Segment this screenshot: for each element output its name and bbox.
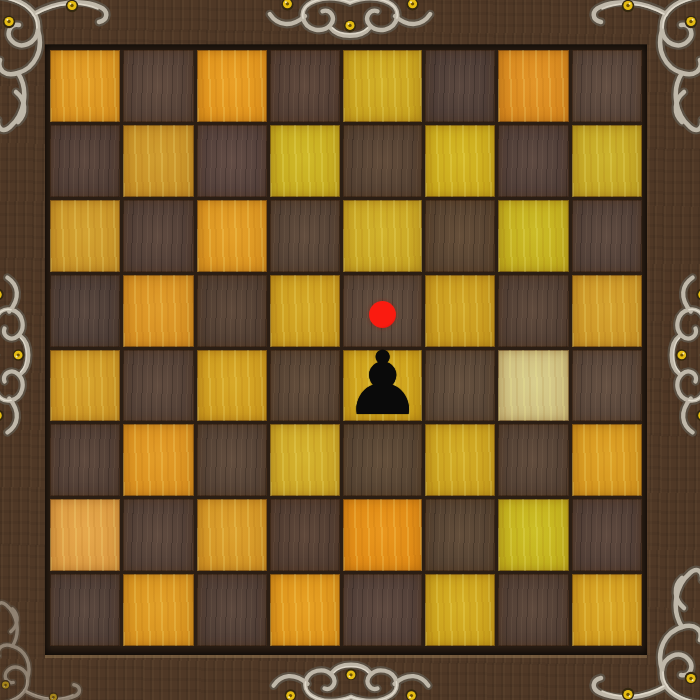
square-e8[interactable]: [343, 50, 422, 122]
square-d2[interactable]: [270, 499, 340, 571]
edge-ornament-top: [262, 0, 438, 46]
square-e6[interactable]: [343, 200, 422, 272]
board-grid: ♟: [50, 50, 642, 646]
square-h2[interactable]: [572, 499, 642, 571]
square-a3[interactable]: [50, 424, 120, 496]
square-c6[interactable]: [197, 200, 267, 272]
square-d6[interactable]: [270, 200, 340, 272]
square-c2[interactable]: [197, 499, 267, 571]
square-g3[interactable]: [498, 424, 568, 496]
square-b3[interactable]: [123, 424, 193, 496]
black-pawn[interactable]: ♟: [343, 348, 422, 419]
square-c1[interactable]: [197, 574, 267, 646]
square-f1[interactable]: [425, 574, 495, 646]
board-photo: ♟: [0, 0, 700, 700]
square-g7[interactable]: [498, 125, 568, 197]
square-a2[interactable]: [50, 499, 120, 571]
square-g6[interactable]: [498, 200, 568, 272]
square-g1[interactable]: [498, 574, 568, 646]
square-f2[interactable]: [425, 499, 495, 571]
square-d4[interactable]: [270, 350, 340, 422]
square-f6[interactable]: [425, 200, 495, 272]
edge-ornament-bottom: [266, 654, 436, 700]
square-f5[interactable]: [425, 275, 495, 347]
square-f8[interactable]: [425, 50, 495, 122]
square-c7[interactable]: [197, 125, 267, 197]
edge-ornament-left: [0, 270, 39, 440]
square-d3[interactable]: [270, 424, 340, 496]
square-d5[interactable]: [270, 275, 340, 347]
square-a4[interactable]: [50, 350, 120, 422]
square-a8[interactable]: [50, 50, 120, 122]
square-h3[interactable]: [572, 424, 642, 496]
square-g5[interactable]: [498, 275, 568, 347]
square-h6[interactable]: [572, 200, 642, 272]
square-h5[interactable]: [572, 275, 642, 347]
square-b8[interactable]: [123, 50, 193, 122]
square-h4[interactable]: [572, 350, 642, 422]
square-e3[interactable]: [343, 424, 422, 496]
square-a7[interactable]: [50, 125, 120, 197]
square-e2[interactable]: [343, 499, 422, 571]
square-d1[interactable]: [270, 574, 340, 646]
square-e1[interactable]: [343, 574, 422, 646]
board-well: ♟: [45, 45, 647, 655]
edge-ornament-right: [661, 270, 700, 440]
move-target-dot[interactable]: [369, 301, 396, 328]
square-c4[interactable]: [197, 350, 267, 422]
square-e7[interactable]: [343, 125, 422, 197]
square-b4[interactable]: [123, 350, 193, 422]
square-a5[interactable]: [50, 275, 120, 347]
square-a6[interactable]: [50, 200, 120, 272]
square-d7[interactable]: [270, 125, 340, 197]
square-g2[interactable]: [498, 499, 568, 571]
square-c5[interactable]: [197, 275, 267, 347]
square-b2[interactable]: [123, 499, 193, 571]
square-c3[interactable]: [197, 424, 267, 496]
square-d8[interactable]: [270, 50, 340, 122]
square-e4[interactable]: ♟: [343, 350, 422, 422]
square-b1[interactable]: [123, 574, 193, 646]
square-f4[interactable]: [425, 350, 495, 422]
square-g4[interactable]: [498, 350, 568, 422]
square-f7[interactable]: [425, 125, 495, 197]
square-b7[interactable]: [123, 125, 193, 197]
square-c8[interactable]: [197, 50, 267, 122]
square-a1[interactable]: [50, 574, 120, 646]
square-h7[interactable]: [572, 125, 642, 197]
square-f3[interactable]: [425, 424, 495, 496]
square-b5[interactable]: [123, 275, 193, 347]
square-h1[interactable]: [572, 574, 642, 646]
square-b6[interactable]: [123, 200, 193, 272]
square-h8[interactable]: [572, 50, 642, 122]
square-g8[interactable]: [498, 50, 568, 122]
